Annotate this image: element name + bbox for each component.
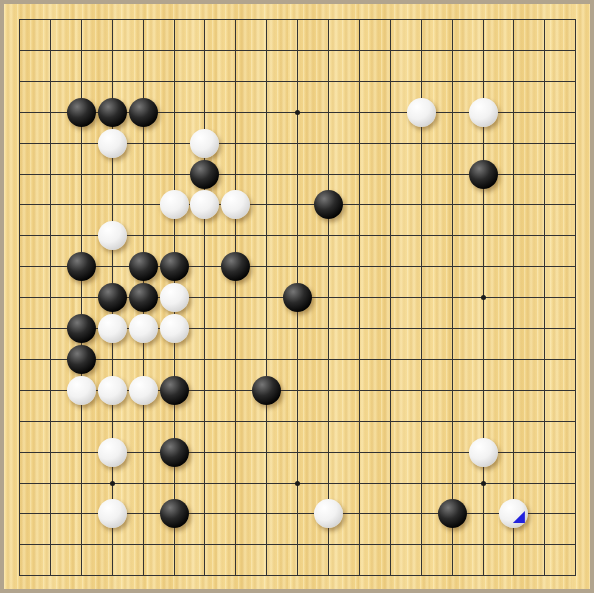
white-stone bbox=[98, 314, 127, 343]
grid-line-vertical bbox=[452, 19, 453, 576]
star-point bbox=[295, 481, 300, 486]
white-stone bbox=[67, 376, 96, 405]
grid-line-vertical bbox=[513, 19, 514, 576]
white-stone bbox=[98, 376, 127, 405]
board-frame bbox=[0, 0, 594, 593]
white-stone bbox=[98, 129, 127, 158]
white-stone bbox=[98, 499, 127, 528]
grid-line-vertical bbox=[359, 19, 360, 576]
grid-line-horizontal bbox=[19, 544, 576, 545]
grid-line-vertical bbox=[544, 19, 545, 576]
black-stone bbox=[98, 98, 127, 127]
star-point bbox=[295, 110, 300, 115]
white-stone bbox=[190, 129, 219, 158]
black-stone bbox=[129, 98, 158, 127]
black-stone bbox=[469, 160, 498, 189]
black-stone bbox=[129, 283, 158, 312]
grid-line-horizontal bbox=[19, 359, 576, 360]
grid-line-horizontal bbox=[19, 421, 576, 422]
black-stone bbox=[67, 314, 96, 343]
black-stone bbox=[67, 345, 96, 374]
white-stone bbox=[98, 221, 127, 250]
black-stone bbox=[67, 98, 96, 127]
black-stone bbox=[160, 376, 189, 405]
black-stone bbox=[283, 283, 312, 312]
grid-line-horizontal bbox=[19, 575, 576, 576]
white-stone bbox=[314, 499, 343, 528]
black-stone bbox=[67, 252, 96, 281]
white-stone bbox=[129, 314, 158, 343]
grid-line-vertical bbox=[328, 19, 329, 576]
white-stone bbox=[160, 190, 189, 219]
goban[interactable] bbox=[4, 4, 590, 589]
black-stone bbox=[190, 160, 219, 189]
white-stone bbox=[221, 190, 250, 219]
grid-line-vertical bbox=[575, 19, 576, 576]
star-point bbox=[481, 295, 486, 300]
black-stone bbox=[160, 252, 189, 281]
white-stone bbox=[160, 314, 189, 343]
black-stone bbox=[160, 499, 189, 528]
white-stone bbox=[190, 190, 219, 219]
grid-line-vertical bbox=[390, 19, 391, 576]
black-stone bbox=[221, 252, 250, 281]
star-point bbox=[481, 481, 486, 486]
white-stone bbox=[98, 438, 127, 467]
white-stone bbox=[469, 98, 498, 127]
black-stone bbox=[129, 252, 158, 281]
black-stone bbox=[252, 376, 281, 405]
white-stone bbox=[469, 438, 498, 467]
black-stone bbox=[314, 190, 343, 219]
star-point bbox=[110, 481, 115, 486]
black-stone bbox=[160, 438, 189, 467]
white-stone bbox=[160, 283, 189, 312]
white-stone bbox=[407, 98, 436, 127]
white-stone bbox=[129, 376, 158, 405]
black-stone bbox=[438, 499, 467, 528]
black-stone bbox=[98, 283, 127, 312]
